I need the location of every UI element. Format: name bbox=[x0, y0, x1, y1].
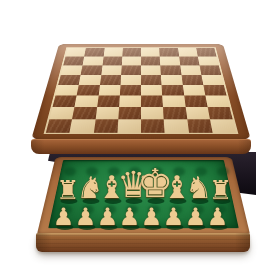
square-h2 bbox=[207, 107, 232, 119]
square-f3 bbox=[162, 96, 185, 107]
square-g1 bbox=[187, 119, 212, 132]
drawer-front-face bbox=[36, 233, 250, 252]
square-d6 bbox=[121, 65, 141, 74]
square-a6 bbox=[61, 65, 83, 74]
square-c4 bbox=[98, 85, 120, 96]
box-lid-front-face bbox=[31, 139, 251, 154]
square-f5 bbox=[161, 75, 182, 85]
square-d3 bbox=[119, 96, 141, 107]
square-h1 bbox=[210, 119, 236, 132]
square-b7 bbox=[83, 56, 104, 65]
square-f7 bbox=[160, 56, 180, 65]
square-g5 bbox=[181, 75, 203, 85]
square-d4 bbox=[120, 85, 141, 96]
square-e2 bbox=[141, 107, 164, 119]
square-f2 bbox=[163, 107, 187, 119]
square-c8 bbox=[103, 48, 122, 56]
square-e5 bbox=[141, 75, 162, 85]
square-e6 bbox=[141, 65, 161, 74]
square-h8 bbox=[196, 48, 216, 56]
square-a8 bbox=[66, 48, 86, 56]
square-e7 bbox=[141, 56, 160, 65]
square-g6 bbox=[180, 65, 201, 74]
square-b3 bbox=[75, 96, 99, 107]
square-g2 bbox=[185, 107, 210, 119]
square-b5 bbox=[79, 75, 101, 85]
square-h6 bbox=[199, 65, 221, 74]
square-h4 bbox=[203, 85, 226, 96]
square-d5 bbox=[120, 75, 141, 85]
board-grid bbox=[44, 47, 239, 133]
square-d1 bbox=[117, 119, 141, 132]
square-a5 bbox=[58, 75, 81, 85]
square-f4 bbox=[162, 85, 184, 96]
square-b8 bbox=[84, 48, 104, 56]
square-c1 bbox=[93, 119, 118, 132]
square-c5 bbox=[100, 75, 121, 85]
square-c3 bbox=[97, 96, 120, 107]
square-g7 bbox=[179, 56, 200, 65]
square-b1 bbox=[70, 119, 95, 132]
square-c6 bbox=[101, 65, 122, 74]
square-b4 bbox=[77, 85, 100, 96]
drawer bbox=[37, 157, 250, 234]
board-frame bbox=[31, 44, 251, 140]
chess-box-photo: ♜♞♝♛♚♝♞♜♟♟♟♟♟♟♟♟ bbox=[0, 0, 280, 280]
drawer-felt bbox=[48, 160, 239, 228]
square-e8 bbox=[141, 48, 160, 56]
square-a7 bbox=[63, 56, 84, 65]
square-e1 bbox=[141, 119, 165, 132]
square-e3 bbox=[141, 96, 163, 107]
square-h7 bbox=[198, 56, 219, 65]
square-f6 bbox=[160, 65, 181, 74]
square-b2 bbox=[72, 107, 97, 119]
square-h3 bbox=[205, 96, 229, 107]
square-g8 bbox=[178, 48, 198, 56]
square-a2 bbox=[49, 107, 74, 119]
drawer-top bbox=[37, 157, 250, 234]
square-g3 bbox=[184, 96, 208, 107]
square-a1 bbox=[46, 119, 72, 132]
square-g4 bbox=[182, 85, 205, 96]
square-d2 bbox=[118, 107, 141, 119]
square-d8 bbox=[122, 48, 141, 56]
square-h5 bbox=[201, 75, 224, 85]
square-a4 bbox=[55, 85, 78, 96]
square-b6 bbox=[81, 65, 102, 74]
chessboard bbox=[31, 44, 251, 140]
square-c2 bbox=[95, 107, 119, 119]
square-e4 bbox=[141, 85, 162, 96]
square-f8 bbox=[159, 48, 178, 56]
square-f1 bbox=[164, 119, 189, 132]
square-d7 bbox=[122, 56, 141, 65]
square-a3 bbox=[52, 96, 76, 107]
square-c7 bbox=[102, 56, 122, 65]
